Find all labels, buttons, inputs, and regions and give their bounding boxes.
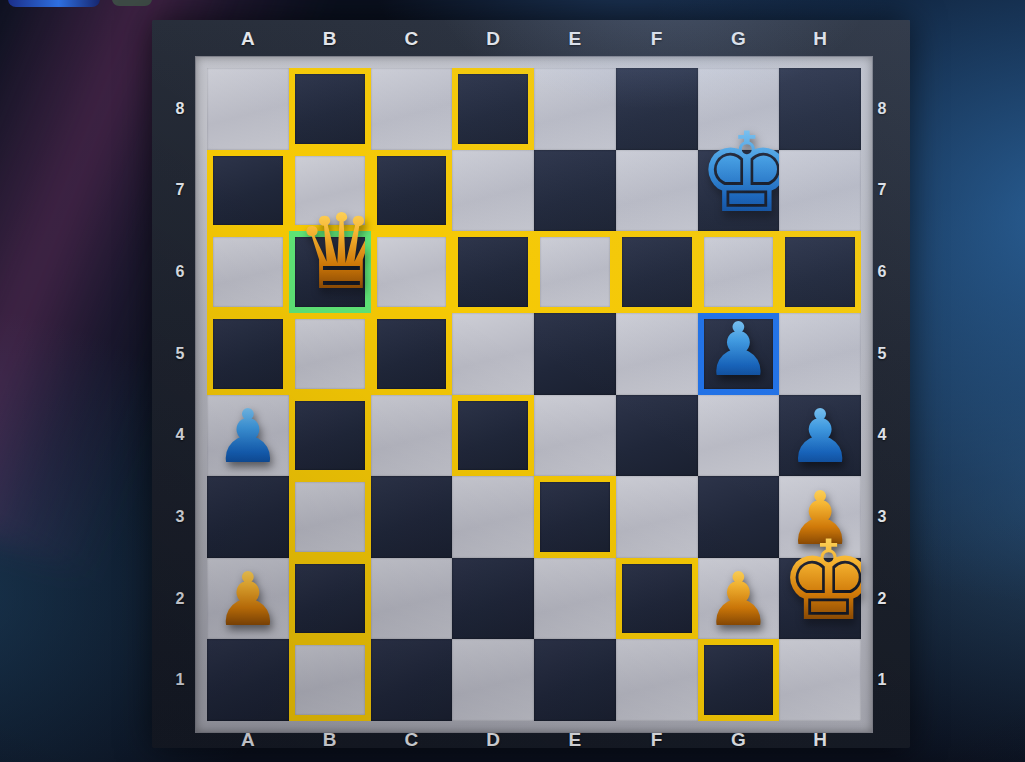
piece-gold-queen[interactable]: ♛ [295, 200, 365, 304]
square-g6[interactable] [698, 231, 780, 313]
square-h1[interactable] [779, 639, 861, 721]
square-a4[interactable]: ♟ [207, 395, 289, 477]
square-e6[interactable] [534, 231, 616, 313]
rank-label-2: 2 [166, 558, 194, 640]
screen-corner-icon-gray [112, 0, 152, 6]
square-a6[interactable] [207, 231, 289, 313]
square-e2[interactable] [534, 558, 616, 640]
square-d1[interactable] [452, 639, 534, 721]
square-d5[interactable] [452, 313, 534, 395]
square-h6[interactable] [779, 231, 861, 313]
square-e1[interactable] [534, 639, 616, 721]
screen: ABCDEFGH ABCDEFGH 87654321 87654321 ♚♛♟♟… [0, 0, 1025, 762]
square-a3[interactable] [207, 476, 289, 558]
file-label-f: F [616, 23, 698, 55]
square-g5[interactable]: ♟ [698, 313, 780, 395]
square-b4[interactable] [289, 395, 371, 477]
square-h4[interactable]: ♟ [779, 395, 861, 477]
rank-label-4: 4 [166, 395, 194, 477]
square-c3[interactable] [371, 476, 453, 558]
square-c8[interactable] [371, 68, 453, 150]
file-label-g: G [698, 23, 780, 55]
rank-label-6: 6 [166, 231, 194, 313]
square-e3[interactable] [534, 476, 616, 558]
square-b8[interactable] [289, 68, 371, 150]
piece-blue-king[interactable]: ♚ [698, 118, 780, 228]
piece-gold-king[interactable]: ♚ [779, 526, 861, 636]
piece-gold-pawn[interactable]: ♟ [207, 562, 289, 636]
square-e8[interactable] [534, 68, 616, 150]
file-label-d: D [452, 23, 534, 55]
square-a8[interactable] [207, 68, 289, 150]
piece-blue-pawn[interactable]: ♟ [779, 399, 861, 473]
screen-corner-icon [8, 0, 100, 7]
square-f2[interactable] [616, 558, 698, 640]
square-d2[interactable] [452, 558, 534, 640]
file-label-a: A [207, 23, 289, 55]
square-c2[interactable] [371, 558, 453, 640]
rank-label-7: 7 [166, 150, 194, 232]
chess-board-frame: ABCDEFGH ABCDEFGH 87654321 87654321 ♚♛♟♟… [152, 20, 910, 748]
square-a5[interactable] [207, 313, 289, 395]
file-label-c: C [371, 23, 453, 55]
square-g7[interactable]: ♚ [698, 150, 780, 232]
square-c6[interactable] [371, 231, 453, 313]
file-label-b: B [289, 23, 371, 55]
rank-label-5: 5 [166, 313, 194, 395]
square-b1[interactable] [289, 639, 371, 721]
file-labels-top: ABCDEFGH [207, 23, 861, 55]
square-h7[interactable] [779, 150, 861, 232]
square-d8[interactable] [452, 68, 534, 150]
chess-board-grid: ♚♛♟♟♟♟♟♟♚ [207, 68, 861, 721]
file-label-h: H [779, 23, 861, 55]
square-b2[interactable] [289, 558, 371, 640]
square-g3[interactable] [698, 476, 780, 558]
square-f4[interactable] [616, 395, 698, 477]
square-e4[interactable] [534, 395, 616, 477]
piece-blue-pawn[interactable]: ♟ [207, 399, 289, 473]
square-f5[interactable] [616, 313, 698, 395]
square-c4[interactable] [371, 395, 453, 477]
rank-label-1: 1 [166, 639, 194, 721]
square-d4[interactable] [452, 395, 534, 477]
square-f8[interactable] [616, 68, 698, 150]
square-g2[interactable]: ♟ [698, 558, 780, 640]
square-h5[interactable] [779, 313, 861, 395]
rank-label-3: 3 [166, 476, 194, 558]
square-b5[interactable] [289, 313, 371, 395]
square-g1[interactable] [698, 639, 780, 721]
square-h2[interactable]: ♚ [779, 558, 861, 640]
square-d6[interactable] [452, 231, 534, 313]
square-f3[interactable] [616, 476, 698, 558]
square-a2[interactable]: ♟ [207, 558, 289, 640]
square-b6[interactable]: ♛ [289, 231, 371, 313]
piece-blue-pawn[interactable]: ♟ [704, 312, 774, 386]
file-label-e: E [534, 23, 616, 55]
square-d3[interactable] [452, 476, 534, 558]
square-g4[interactable] [698, 395, 780, 477]
rank-label-8: 8 [166, 68, 194, 150]
rank-labels-left: 87654321 [166, 68, 194, 721]
square-a7[interactable] [207, 150, 289, 232]
square-f6[interactable] [616, 231, 698, 313]
square-a1[interactable] [207, 639, 289, 721]
square-e7[interactable] [534, 150, 616, 232]
square-f7[interactable] [616, 150, 698, 232]
board-inner-border: ♚♛♟♟♟♟♟♟♚ [196, 57, 872, 732]
square-d7[interactable] [452, 150, 534, 232]
square-f1[interactable] [616, 639, 698, 721]
piece-gold-pawn[interactable]: ♟ [698, 562, 780, 636]
square-c1[interactable] [371, 639, 453, 721]
square-b3[interactable] [289, 476, 371, 558]
square-c5[interactable] [371, 313, 453, 395]
square-e5[interactable] [534, 313, 616, 395]
